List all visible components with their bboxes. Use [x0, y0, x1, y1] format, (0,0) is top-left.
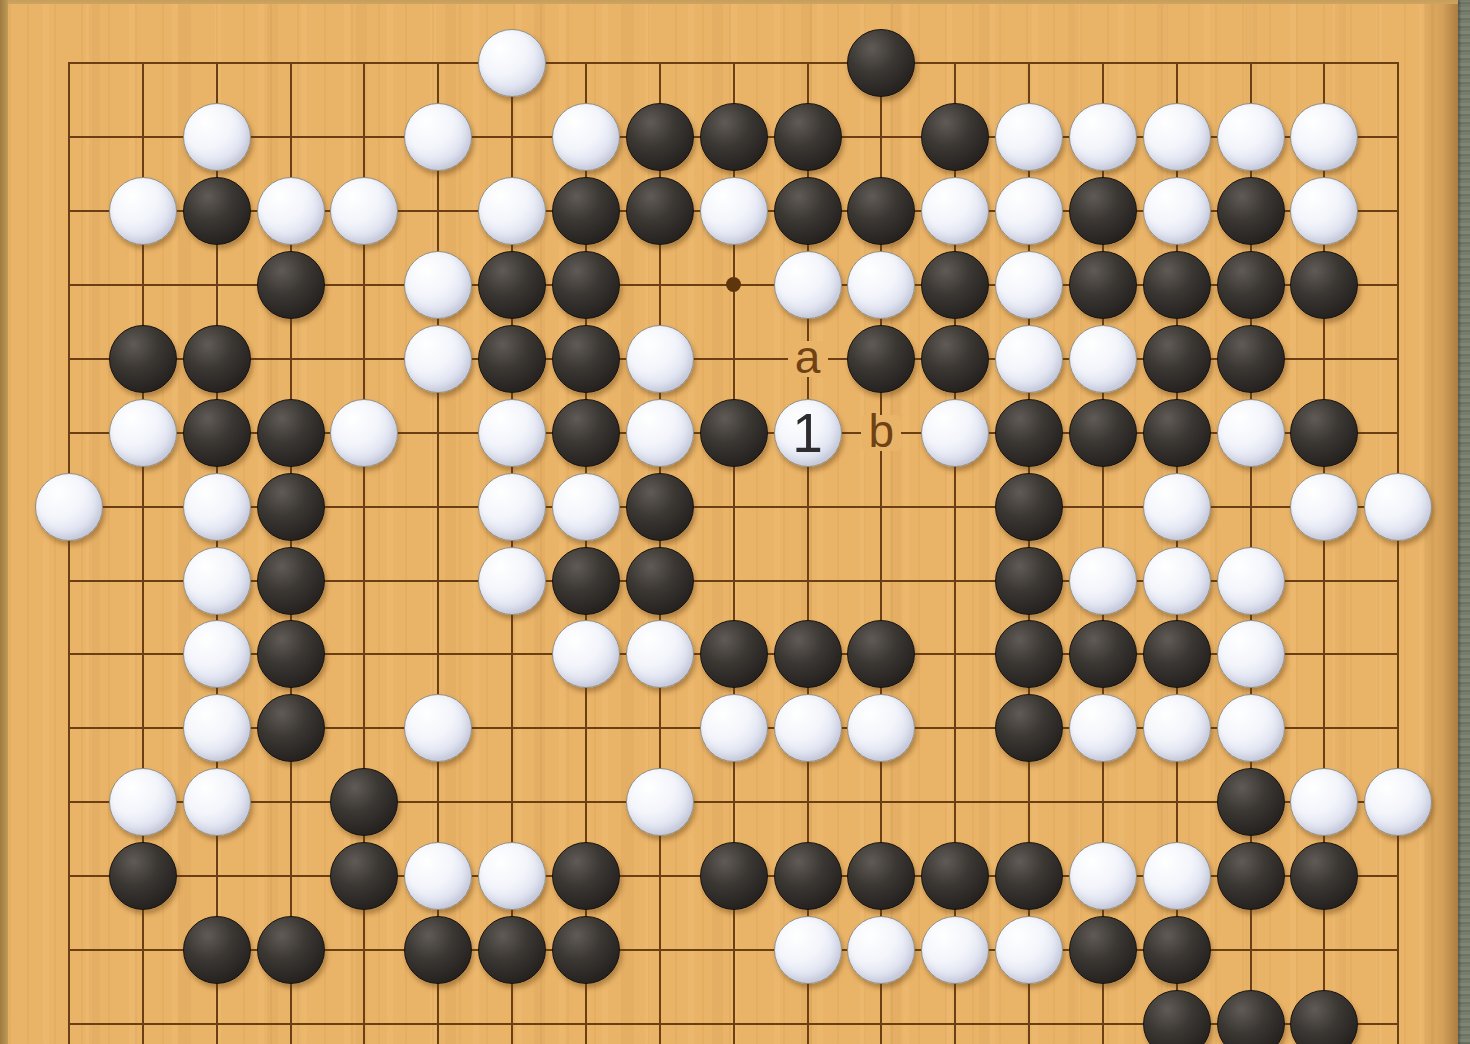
stone-black-c13r2 [921, 103, 989, 171]
stone-black-c9r3 [626, 177, 694, 245]
stone-black-c8r12 [552, 842, 620, 910]
stone-white-c15r8 [1069, 547, 1137, 615]
label-a: a [795, 334, 821, 380]
stone-white-c9r5 [626, 325, 694, 393]
stone-white-c15r10 [1069, 694, 1137, 762]
stone-black-c12r12 [847, 842, 915, 910]
stone-white-c10r3 [700, 177, 768, 245]
stone-white-c16r2 [1143, 103, 1211, 171]
stone-black-c4r8 [257, 547, 325, 615]
stone-white-c2r3 [109, 177, 177, 245]
stone-white-c12r13 [847, 916, 915, 984]
stone-black-c16r9 [1143, 620, 1211, 688]
stone-white-c17r2 [1217, 103, 1285, 171]
stone-black-c11r12 [774, 842, 842, 910]
stone-black-c14r12 [995, 842, 1063, 910]
stone-black-c3r6 [183, 399, 251, 467]
stone-black-c16r13 [1143, 916, 1211, 984]
stone-black-c14r7 [995, 473, 1063, 541]
stone-white-c3r2 [183, 103, 251, 171]
stone-white-c1r7 [35, 473, 103, 541]
stone-white-c7r1 [478, 29, 546, 97]
stone-white-c14r4 [995, 251, 1063, 319]
stone-black-c14r10 [995, 694, 1063, 762]
stone-black-c17r11 [1217, 768, 1285, 836]
stone-black-c9r2 [626, 103, 694, 171]
stone-white-c7r3 [478, 177, 546, 245]
stone-white-c8r2 [552, 103, 620, 171]
table-background-strip [1458, 0, 1470, 1044]
stone-white-c3r11 [183, 768, 251, 836]
stone-black-c3r5 [183, 325, 251, 393]
stone-black-c10r9 [700, 620, 768, 688]
board-left-edge [0, 0, 8, 1044]
stone-black-c8r13 [552, 916, 620, 984]
stone-black-c11r9 [774, 620, 842, 688]
stone-white-c3r9 [183, 620, 251, 688]
stone-white-c4r3 [257, 177, 325, 245]
stone-white-c2r11 [109, 768, 177, 836]
stone-black-c5r12 [330, 842, 398, 910]
stone-white-c17r9 [1217, 620, 1285, 688]
stone-black-c12r5 [847, 325, 915, 393]
stone-black-c2r5 [109, 325, 177, 393]
stone-white-c19r11 [1364, 768, 1432, 836]
stone-black-c18r4 [1290, 251, 1358, 319]
stone-black-c3r3 [183, 177, 251, 245]
stone-black-c14r6 [995, 399, 1063, 467]
stone-black-c13r12 [921, 842, 989, 910]
stone-black-c10r6 [700, 399, 768, 467]
stone-white-c10r10 [700, 694, 768, 762]
stone-black-c8r6 [552, 399, 620, 467]
stone-white-c11r10 [774, 694, 842, 762]
stone-black-c8r3 [552, 177, 620, 245]
stone-black-c10r12 [700, 842, 768, 910]
stone-black-c4r7 [257, 473, 325, 541]
stone-black-c14r8 [995, 547, 1063, 615]
stone-white-c13r13 [921, 916, 989, 984]
stone-black-c10r2 [700, 103, 768, 171]
stone-black-c8r5 [552, 325, 620, 393]
stone-black-c12r3 [847, 177, 915, 245]
stone-black-c7r4 [478, 251, 546, 319]
stone-white-c8r9 [552, 620, 620, 688]
stone-black-c15r13 [1069, 916, 1137, 984]
stone-black-c7r13 [478, 916, 546, 984]
stone-white-c15r2 [1069, 103, 1137, 171]
stone-white-c16r12 [1143, 842, 1211, 910]
stone-black-c15r4 [1069, 251, 1137, 319]
stone-white-c7r12 [478, 842, 546, 910]
stone-white-c17r6 [1217, 399, 1285, 467]
stone-black-c18r6 [1290, 399, 1358, 467]
stone-black-c9r8 [626, 547, 694, 615]
stone-black-c16r4 [1143, 251, 1211, 319]
stone-white-c6r4 [404, 251, 472, 319]
stone-black-c15r9 [1069, 620, 1137, 688]
stone-white-c7r7 [478, 473, 546, 541]
stone-white-c16r8 [1143, 547, 1211, 615]
stone-black-c14r9 [995, 620, 1063, 688]
stone-white-c9r9 [626, 620, 694, 688]
stone-white-c19r7 [1364, 473, 1432, 541]
stone-white-c12r4 [847, 251, 915, 319]
stone-black-c11r2 [774, 103, 842, 171]
stone-black-c4r10 [257, 694, 325, 762]
stone-white-c8r7 [552, 473, 620, 541]
label-b: b [869, 408, 895, 454]
stone-black-c8r4 [552, 251, 620, 319]
stone-white-c3r7 [183, 473, 251, 541]
stone-black-c3r13 [183, 916, 251, 984]
stone-black-c13r4 [921, 251, 989, 319]
stone-white-c6r5 [404, 325, 472, 393]
stone-black-c17r3 [1217, 177, 1285, 245]
stone-black-c4r6 [257, 399, 325, 467]
stone-white-c3r8 [183, 547, 251, 615]
stone-white-c3r10 [183, 694, 251, 762]
stone-white-c14r13 [995, 916, 1063, 984]
stone-white-c15r5 [1069, 325, 1137, 393]
stone-black-c7r5 [478, 325, 546, 393]
stone-black-c15r3 [1069, 177, 1137, 245]
stone-white-c17r8 [1217, 547, 1285, 615]
stone-white-c14r2 [995, 103, 1063, 171]
stone-black-c17r4 [1217, 251, 1285, 319]
stone-black-c9r7 [626, 473, 694, 541]
stone-white-c6r12 [404, 842, 472, 910]
go-app-screenshot: ab1 [0, 0, 1470, 1044]
stone-black-c4r13 [257, 916, 325, 984]
stone-white-c16r10 [1143, 694, 1211, 762]
stone-black-c4r4 [257, 251, 325, 319]
stone-white-c9r6 [626, 399, 694, 467]
stone-white-c7r8 [478, 547, 546, 615]
stone-white-c5r6 [330, 399, 398, 467]
stone-white-c14r3 [995, 177, 1063, 245]
stone-black-c15r6 [1069, 399, 1137, 467]
stone-white-c2r6 [109, 399, 177, 467]
stone-white-c11r13 [774, 916, 842, 984]
stone-white-c17r10 [1217, 694, 1285, 762]
stone-black-c4r9 [257, 620, 325, 688]
stone-black-c6r13 [404, 916, 472, 984]
stone-black-c8r8 [552, 547, 620, 615]
move-number-1: 1 [774, 399, 842, 467]
stone-black-c11r3 [774, 177, 842, 245]
grid-line-horizontal [68, 801, 1399, 803]
stone-white-c13r6 [921, 399, 989, 467]
stone-white-c13r3 [921, 177, 989, 245]
stone-white-c18r7 [1290, 473, 1358, 541]
stone-white-c16r3 [1143, 177, 1211, 245]
stone-white-c6r2 [404, 103, 472, 171]
stone-white-c16r7 [1143, 473, 1211, 541]
grid-line-horizontal [68, 62, 1399, 64]
stone-black-c17r5 [1217, 325, 1285, 393]
stone-white-c14r5 [995, 325, 1063, 393]
stone-black-c17r12 [1217, 842, 1285, 910]
board-top-edge [0, 0, 1458, 4]
stone-white-c15r12 [1069, 842, 1137, 910]
stone-white-c11r4 [774, 251, 842, 319]
stone-black-c2r12 [109, 842, 177, 910]
stone-white-c9r11 [626, 768, 694, 836]
stone-black-c16r5 [1143, 325, 1211, 393]
stone-black-c16r6 [1143, 399, 1211, 467]
stone-white-c5r3 [330, 177, 398, 245]
stone-black-c13r5 [921, 325, 989, 393]
stone-white-c18r3 [1290, 177, 1358, 245]
stone-white-c7r6 [478, 399, 546, 467]
